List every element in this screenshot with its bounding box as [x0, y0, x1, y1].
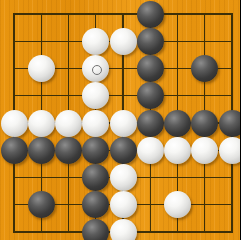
black-stone	[55, 137, 82, 164]
point-a2[interactable]	[0, 191, 27, 218]
white-stone	[110, 28, 137, 55]
point-j5[interactable]	[218, 109, 240, 136]
point-e9[interactable]	[109, 0, 136, 27]
point-b2[interactable]	[28, 191, 55, 218]
point-a4[interactable]	[0, 137, 27, 164]
point-d3[interactable]	[82, 164, 109, 191]
black-stone	[137, 55, 164, 82]
white-stone	[110, 219, 137, 240]
black-stone	[82, 164, 109, 191]
white-stone	[82, 110, 109, 137]
point-c7[interactable]	[55, 55, 82, 82]
point-g4[interactable]	[164, 137, 191, 164]
point-h2[interactable]	[191, 191, 218, 218]
point-g5[interactable]	[164, 109, 191, 136]
point-d5[interactable]	[82, 109, 109, 136]
white-stone	[110, 191, 137, 218]
point-a3[interactable]	[0, 164, 27, 191]
black-stone	[137, 82, 164, 109]
point-g6[interactable]	[164, 82, 191, 109]
white-stone	[137, 137, 164, 164]
point-c9[interactable]	[55, 0, 82, 27]
point-f8[interactable]	[137, 28, 164, 55]
point-h7[interactable]	[191, 55, 218, 82]
point-b3[interactable]	[28, 164, 55, 191]
white-stone	[55, 110, 82, 137]
point-f4[interactable]	[137, 137, 164, 164]
white-stone	[164, 137, 191, 164]
black-stone	[137, 28, 164, 55]
last-move-marker-icon	[92, 65, 102, 75]
point-j4[interactable]	[218, 137, 240, 164]
white-stone	[82, 82, 109, 109]
point-h5[interactable]	[191, 109, 218, 136]
point-c6[interactable]	[55, 82, 82, 109]
point-e4[interactable]	[109, 137, 136, 164]
white-stone	[82, 55, 109, 82]
point-d9[interactable]	[82, 0, 109, 27]
point-j2[interactable]	[218, 191, 240, 218]
point-b1[interactable]	[28, 218, 55, 240]
point-c5[interactable]	[55, 109, 82, 136]
black-stone	[82, 191, 109, 218]
point-d6[interactable]	[82, 82, 109, 109]
go-board	[0, 0, 240, 240]
point-c1[interactable]	[55, 218, 82, 240]
point-h4[interactable]	[191, 137, 218, 164]
point-e2[interactable]	[109, 191, 136, 218]
black-stone	[137, 110, 164, 137]
point-b7[interactable]	[28, 55, 55, 82]
point-f6[interactable]	[137, 82, 164, 109]
point-a1[interactable]	[0, 218, 27, 240]
point-d7[interactable]	[82, 55, 109, 82]
point-e7[interactable]	[109, 55, 136, 82]
point-a7[interactable]	[0, 55, 27, 82]
point-f9[interactable]	[137, 0, 164, 27]
point-b8[interactable]	[28, 28, 55, 55]
point-d1[interactable]	[82, 218, 109, 240]
white-stone	[82, 28, 109, 55]
point-g3[interactable]	[164, 164, 191, 191]
point-g1[interactable]	[164, 218, 191, 240]
point-j1[interactable]	[218, 218, 240, 240]
black-stone	[164, 110, 191, 137]
point-g9[interactable]	[164, 0, 191, 27]
point-e3[interactable]	[109, 164, 136, 191]
point-h3[interactable]	[191, 164, 218, 191]
white-stone	[110, 164, 137, 191]
black-stone	[1, 137, 28, 164]
point-e6[interactable]	[109, 82, 136, 109]
point-e5[interactable]	[109, 109, 136, 136]
black-stone	[137, 1, 164, 28]
point-h1[interactable]	[191, 218, 218, 240]
point-e8[interactable]	[109, 28, 136, 55]
point-c2[interactable]	[55, 191, 82, 218]
point-d4[interactable]	[82, 137, 109, 164]
point-g2[interactable]	[164, 191, 191, 218]
point-f7[interactable]	[137, 55, 164, 82]
black-stone	[82, 137, 109, 164]
point-j9[interactable]	[218, 0, 240, 27]
point-c8[interactable]	[55, 28, 82, 55]
point-c4[interactable]	[55, 137, 82, 164]
point-a5[interactable]	[0, 109, 27, 136]
point-j3[interactable]	[218, 164, 240, 191]
point-g8[interactable]	[164, 28, 191, 55]
point-j8[interactable]	[218, 28, 240, 55]
black-stone	[110, 137, 137, 164]
black-stone	[191, 110, 218, 137]
point-f1[interactable]	[137, 218, 164, 240]
point-d8[interactable]	[82, 28, 109, 55]
white-stone	[110, 110, 137, 137]
point-b6[interactable]	[28, 82, 55, 109]
black-stone	[82, 219, 109, 240]
black-stone	[191, 55, 218, 82]
black-stone	[28, 137, 55, 164]
point-b9[interactable]	[28, 0, 55, 27]
point-b5[interactable]	[28, 109, 55, 136]
point-j7[interactable]	[218, 55, 240, 82]
white-stone	[28, 110, 55, 137]
point-g7[interactable]	[164, 55, 191, 82]
point-f2[interactable]	[137, 191, 164, 218]
point-c3[interactable]	[55, 164, 82, 191]
white-stone	[164, 191, 191, 218]
point-a9[interactable]	[0, 0, 27, 27]
point-e1[interactable]	[109, 218, 136, 240]
black-stone	[219, 110, 241, 137]
black-stone	[28, 191, 55, 218]
intersections	[0, 0, 240, 240]
point-f3[interactable]	[137, 164, 164, 191]
point-a8[interactable]	[0, 28, 27, 55]
point-b4[interactable]	[28, 137, 55, 164]
point-j6[interactable]	[218, 82, 240, 109]
white-stone	[1, 110, 28, 137]
white-stone	[28, 55, 55, 82]
point-h6[interactable]	[191, 82, 218, 109]
point-a6[interactable]	[0, 82, 27, 109]
white-stone	[219, 137, 241, 164]
white-stone	[191, 137, 218, 164]
point-h8[interactable]	[191, 28, 218, 55]
point-h9[interactable]	[191, 0, 218, 27]
point-f5[interactable]	[137, 109, 164, 136]
point-d2[interactable]	[82, 191, 109, 218]
